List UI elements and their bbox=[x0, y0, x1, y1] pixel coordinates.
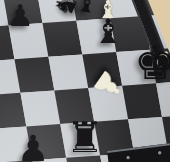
black-piece-top[interactable]: ♝ bbox=[75, 0, 98, 18]
black-king-piece[interactable]: ♚ bbox=[134, 39, 170, 86]
black-bishop-piece[interactable]: ♝ bbox=[93, 14, 123, 48]
board-square bbox=[42, 21, 82, 57]
black-pawn-piece[interactable]: ♟ bbox=[7, 1, 34, 31]
board-square bbox=[20, 90, 60, 126]
chessboard-photo: ♝ ♝ ♞ ♝ ♟ ♝ ♚ ♟ ♜ ♟ bbox=[0, 0, 170, 162]
black-rook-piece[interactable]: ♜ bbox=[66, 117, 104, 159]
black-pawn-piece-bottom[interactable]: ♟ bbox=[17, 131, 49, 162]
board-square bbox=[48, 54, 88, 90]
board-square bbox=[14, 57, 54, 93]
